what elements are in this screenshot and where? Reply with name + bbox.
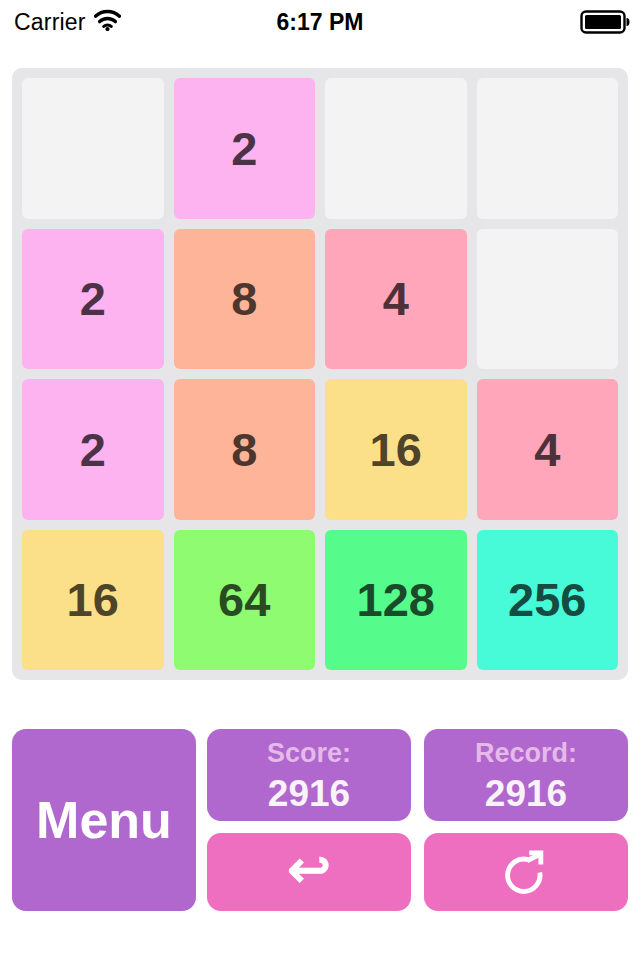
tile-8: 8 bbox=[174, 229, 316, 370]
tile-256: 256 bbox=[477, 530, 619, 671]
restart-button[interactable] bbox=[424, 833, 628, 911]
board-grid[interactable]: 2284281641664128256 bbox=[12, 68, 628, 680]
tile-16: 16 bbox=[22, 530, 164, 671]
tile-2: 2 bbox=[174, 78, 316, 219]
clock: 6:17 PM bbox=[0, 9, 640, 36]
tile-4: 4 bbox=[477, 379, 619, 520]
empty-cell bbox=[325, 78, 467, 219]
tile-2: 2 bbox=[22, 229, 164, 370]
record-label: Record: bbox=[475, 738, 577, 769]
undo-button[interactable]: ↩ bbox=[207, 833, 411, 911]
tile-2: 2 bbox=[22, 379, 164, 520]
empty-cell bbox=[477, 78, 619, 219]
record-value: 2916 bbox=[485, 773, 567, 815]
empty-cell bbox=[22, 78, 164, 219]
score-value: 2916 bbox=[268, 773, 350, 815]
tile-8: 8 bbox=[174, 379, 316, 520]
tile-16: 16 bbox=[325, 379, 467, 520]
restart-arrow-icon bbox=[499, 844, 553, 901]
record-panel: Record: 2916 bbox=[424, 729, 628, 821]
tile-4: 4 bbox=[325, 229, 467, 370]
tile-128: 128 bbox=[325, 530, 467, 671]
tile-64: 64 bbox=[174, 530, 316, 671]
control-panel: Menu Score: 2916 Record: 2916 ↩ bbox=[12, 729, 628, 911]
empty-cell bbox=[477, 229, 619, 370]
menu-button[interactable]: Menu bbox=[12, 729, 196, 911]
undo-arrow-icon: ↩ bbox=[287, 843, 331, 895]
score-panel: Score: 2916 bbox=[207, 729, 411, 821]
status-bar: Carrier 6:17 PM bbox=[0, 0, 640, 44]
score-label: Score: bbox=[267, 738, 351, 769]
menu-button-label: Menu bbox=[36, 790, 172, 850]
